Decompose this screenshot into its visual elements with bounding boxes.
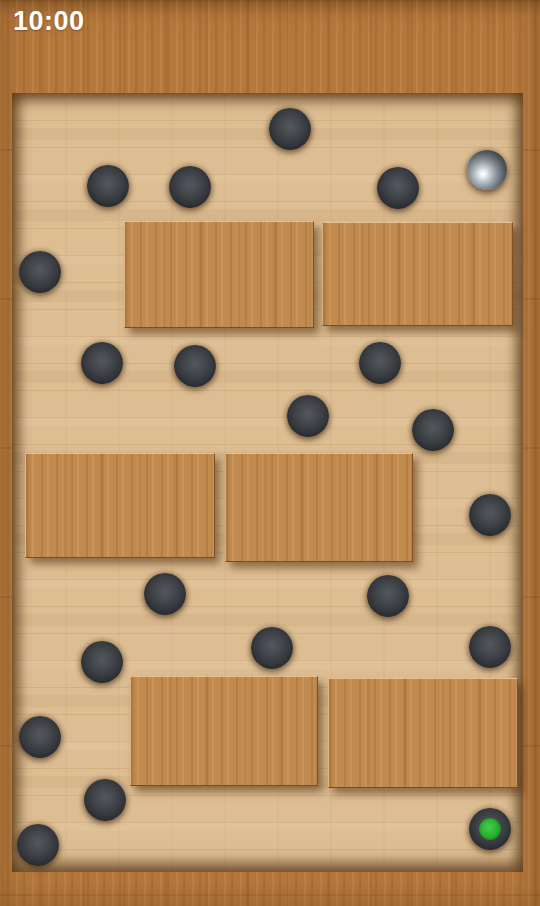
hole <box>81 641 123 683</box>
wall-block-mid-center <box>225 453 413 562</box>
ball[interactable] <box>467 150 507 190</box>
hole <box>174 345 216 387</box>
hole <box>469 626 511 668</box>
hole <box>84 779 126 821</box>
hole <box>19 251 61 293</box>
wall-block-mid-left <box>25 453 215 558</box>
hole <box>169 166 211 208</box>
timer-display: 10:00 <box>13 5 85 37</box>
hole <box>87 165 129 207</box>
hole <box>412 409 454 451</box>
hole <box>269 108 311 150</box>
hole <box>251 627 293 669</box>
hole <box>367 575 409 617</box>
hole <box>19 716 61 758</box>
game-board: 10:00 <box>0 0 540 906</box>
hole <box>144 573 186 615</box>
wall-block-top-right <box>322 222 513 326</box>
wall-block-bottom-right <box>328 678 518 788</box>
hole <box>81 342 123 384</box>
target-green-dot <box>479 818 501 840</box>
hole <box>469 494 511 536</box>
hole <box>287 395 329 437</box>
hole <box>377 167 419 209</box>
wall-block-bottom-left <box>130 676 318 786</box>
wall-block-top-left <box>124 221 314 328</box>
hole <box>17 824 59 866</box>
hole <box>359 342 401 384</box>
